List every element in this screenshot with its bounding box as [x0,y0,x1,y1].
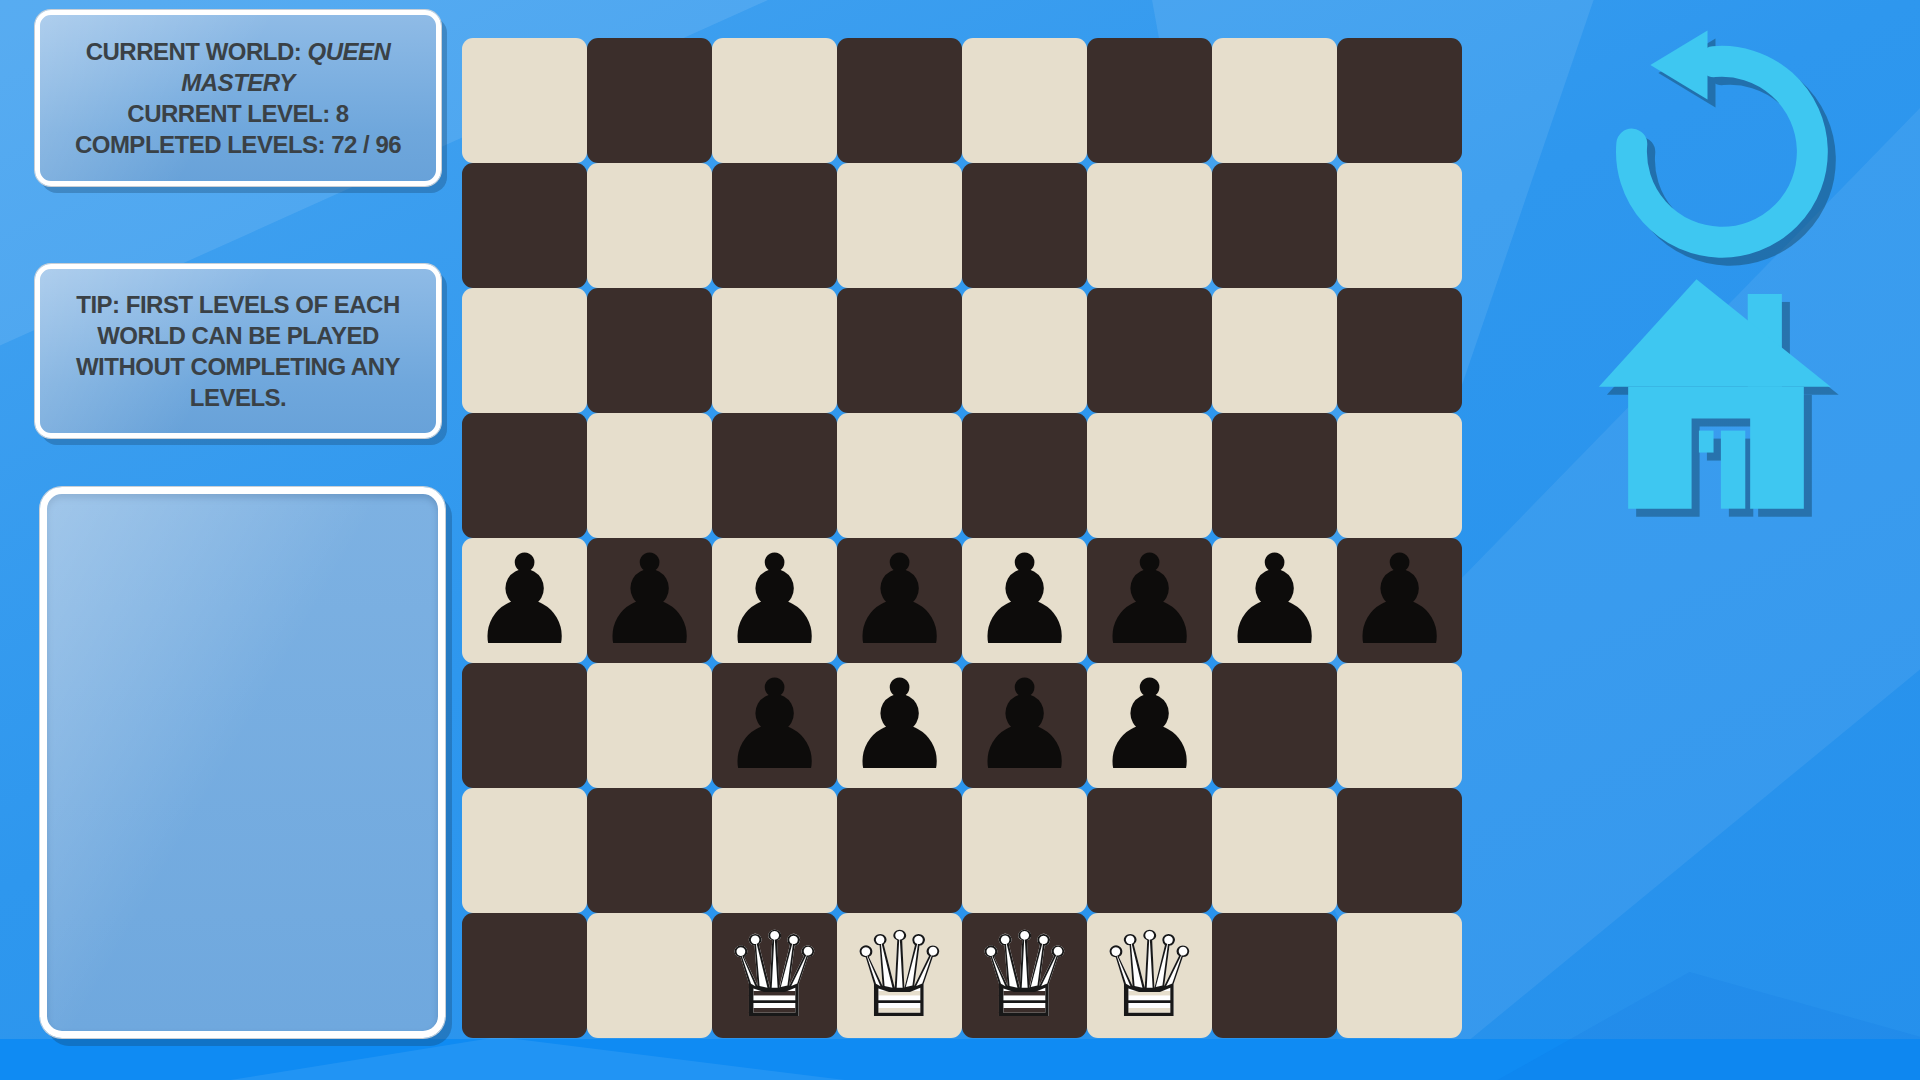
square-b1[interactable] [587,913,712,1038]
white-queen[interactable]: ♛♕ [837,913,962,1038]
square-h8[interactable] [1337,38,1462,163]
square-c7[interactable] [712,163,837,288]
game-screen: CURRENT WORLD: QUEEN MASTERY CURRENT LEV… [0,0,1920,1080]
square-c8[interactable] [712,38,837,163]
white-piece-outline: ♕ [712,913,837,1038]
square-c2[interactable] [712,788,837,913]
white-queen[interactable]: ♛♕ [1087,913,1212,1038]
restart-button[interactable] [1598,16,1836,264]
black-pawn[interactable]: ♟ [969,663,1080,788]
square-a6[interactable] [462,288,587,413]
square-g3[interactable] [1212,663,1337,788]
square-a5[interactable] [462,413,587,538]
square-h7[interactable] [1337,163,1462,288]
square-h4[interactable]: ♟ [1337,538,1462,663]
square-e8[interactable] [962,38,1087,163]
square-e5[interactable] [962,413,1087,538]
status-panel: CURRENT WORLD: QUEEN MASTERY CURRENT LEV… [35,10,441,186]
square-e7[interactable] [962,163,1087,288]
white-piece-outline: ♕ [1087,913,1212,1038]
square-e3[interactable]: ♟ [962,663,1087,788]
square-g1[interactable] [1212,913,1337,1038]
square-e6[interactable] [962,288,1087,413]
black-pawn[interactable]: ♟ [1094,538,1205,663]
square-c1[interactable]: ♛♕ [712,913,837,1038]
square-g5[interactable] [1212,413,1337,538]
square-g7[interactable] [1212,163,1337,288]
white-piece-outline: ♕ [837,913,962,1038]
current-level-text: CURRENT LEVEL: 8 [48,98,428,129]
square-d7[interactable] [837,163,962,288]
white-queen[interactable]: ♛♕ [712,913,837,1038]
completed-levels-text: COMPLETED LEVELS: 72 / 96 [48,129,428,160]
black-pawn[interactable]: ♟ [844,538,955,663]
square-b4[interactable]: ♟ [587,538,712,663]
square-b7[interactable] [587,163,712,288]
black-pawn[interactable]: ♟ [1219,538,1330,663]
black-pawn[interactable]: ♟ [1094,663,1205,788]
square-d5[interactable] [837,413,962,538]
square-a3[interactable] [462,663,587,788]
chess-board: ♟♟♟♟♟♟♟♟♟♟♟♟♛♕♛♕♛♕♛♕ [462,38,1462,1038]
restart-icon [1598,16,1836,264]
square-d2[interactable] [837,788,962,913]
black-pawn[interactable]: ♟ [844,663,955,788]
square-a4[interactable]: ♟ [462,538,587,663]
square-g8[interactable] [1212,38,1337,163]
square-e4[interactable]: ♟ [962,538,1087,663]
square-h3[interactable] [1337,663,1462,788]
home-icon [1594,268,1838,520]
current-world-line: CURRENT WORLD: QUEEN MASTERY [78,36,398,98]
square-b8[interactable] [587,38,712,163]
square-f8[interactable] [1087,38,1212,163]
square-e2[interactable] [962,788,1087,913]
square-g2[interactable] [1212,788,1337,913]
square-d3[interactable]: ♟ [837,663,962,788]
square-f7[interactable] [1087,163,1212,288]
square-c5[interactable] [712,413,837,538]
white-queen[interactable]: ♛♕ [962,913,1087,1038]
square-b6[interactable] [587,288,712,413]
black-pawn[interactable]: ♟ [719,538,830,663]
square-f4[interactable]: ♟ [1087,538,1212,663]
square-h1[interactable] [1337,913,1462,1038]
square-a8[interactable] [462,38,587,163]
square-d4[interactable]: ♟ [837,538,962,663]
square-f3[interactable]: ♟ [1087,663,1212,788]
square-f1[interactable]: ♛♕ [1087,913,1212,1038]
side-panel-empty [40,487,445,1038]
square-c4[interactable]: ♟ [712,538,837,663]
square-h2[interactable] [1337,788,1462,913]
white-piece-outline: ♕ [962,913,1087,1038]
black-pawn[interactable]: ♟ [969,538,1080,663]
square-h5[interactable] [1337,413,1462,538]
square-c6[interactable] [712,288,837,413]
square-f5[interactable] [1087,413,1212,538]
square-b5[interactable] [587,413,712,538]
square-d8[interactable] [837,38,962,163]
black-pawn[interactable]: ♟ [1344,538,1455,663]
square-f6[interactable] [1087,288,1212,413]
black-pawn[interactable]: ♟ [469,538,580,663]
black-pawn[interactable]: ♟ [719,663,830,788]
square-e1[interactable]: ♛♕ [962,913,1087,1038]
square-d6[interactable] [837,288,962,413]
square-a7[interactable] [462,163,587,288]
square-b3[interactable] [587,663,712,788]
tip-text: TIP: FIRST LEVELS OF EACH WORLD CAN BE P… [60,289,416,413]
home-button[interactable] [1594,268,1838,520]
tip-panel: TIP: FIRST LEVELS OF EACH WORLD CAN BE P… [35,264,441,438]
square-a1[interactable] [462,913,587,1038]
square-h6[interactable] [1337,288,1462,413]
square-f2[interactable] [1087,788,1212,913]
current-world-label: CURRENT WORLD: [86,38,302,65]
square-d1[interactable]: ♛♕ [837,913,962,1038]
square-g6[interactable] [1212,288,1337,413]
square-g4[interactable]: ♟ [1212,538,1337,663]
black-pawn[interactable]: ♟ [594,538,705,663]
square-a2[interactable] [462,788,587,913]
square-b2[interactable] [587,788,712,913]
square-c3[interactable]: ♟ [712,663,837,788]
